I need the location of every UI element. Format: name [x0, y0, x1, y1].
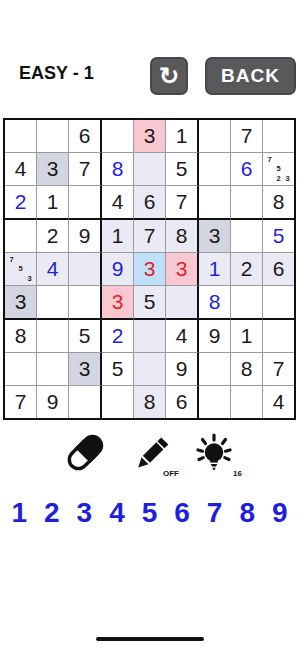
cell-r2c7[interactable]: [199, 153, 231, 186]
cell-r2c2[interactable]: 3: [37, 153, 69, 186]
cell-r4c2[interactable]: 2: [37, 220, 69, 253]
numpad-4[interactable]: 4: [101, 494, 134, 532]
numpad-1[interactable]: 1: [3, 494, 36, 532]
cell-r6c1[interactable]: 3: [5, 286, 37, 320]
cell-r2c8[interactable]: 6: [231, 153, 263, 186]
cell-r6c2[interactable]: [37, 286, 69, 320]
cell-r9c4[interactable]: [102, 386, 134, 418]
cell-r2c3[interactable]: 7: [69, 153, 102, 186]
cell-r7c8[interactable]: 1: [231, 320, 263, 353]
cell-r6c3[interactable]: [69, 286, 102, 320]
cell-r1c2[interactable]: [37, 120, 69, 153]
numpad-8[interactable]: 8: [231, 494, 264, 532]
cell-r5c4[interactable]: 9: [102, 253, 134, 286]
cell-r8c7[interactable]: [199, 353, 231, 386]
cell-r1c7[interactable]: [199, 120, 231, 153]
cell-r3c6[interactable]: 7: [166, 186, 199, 220]
cell-r6c6[interactable]: [166, 286, 199, 320]
cell-r7c3[interactable]: 5: [69, 320, 102, 353]
cell-r3c9[interactable]: 8: [263, 186, 294, 220]
cell-r3c4[interactable]: 4: [102, 186, 134, 220]
cell-r8c4[interactable]: 5: [102, 353, 134, 386]
cell-r8c8[interactable]: 8: [231, 353, 263, 386]
pencil-mode-button[interactable]: OFF: [129, 432, 175, 480]
numpad-3[interactable]: 3: [68, 494, 101, 532]
cell-r5c3[interactable]: [69, 253, 102, 286]
numpad-2[interactable]: 2: [36, 494, 69, 532]
cell-r4c5[interactable]: 7: [134, 220, 166, 253]
cell-r5c6[interactable]: 3: [166, 253, 199, 286]
cell-r2c5[interactable]: [134, 153, 166, 186]
cell-r5c5[interactable]: 3: [134, 253, 166, 286]
cell-r5c7[interactable]: 1: [199, 253, 231, 286]
cell-r1c5[interactable]: 3: [134, 120, 166, 153]
cell-r8c6[interactable]: 9: [166, 353, 199, 386]
cell-r4c9[interactable]: 5: [263, 220, 294, 253]
cell-r4c1[interactable]: [5, 220, 37, 253]
cell-r9c8[interactable]: [231, 386, 263, 418]
cell-r3c5[interactable]: 6: [134, 186, 166, 220]
numpad-7[interactable]: 7: [198, 494, 231, 532]
cell-r4c7[interactable]: 3: [199, 220, 231, 253]
pencil-marks: 7523: [263, 153, 294, 185]
refresh-icon: ↻: [159, 64, 179, 88]
cell-r7c4[interactable]: 2: [102, 320, 134, 353]
cell-r6c5[interactable]: 5: [134, 286, 166, 320]
cell-r8c2[interactable]: [37, 353, 69, 386]
cell-r8c5[interactable]: [134, 353, 166, 386]
number-pad: 123456789: [3, 494, 296, 532]
cell-r1c8[interactable]: 7: [231, 120, 263, 153]
back-button[interactable]: BACK: [205, 57, 296, 95]
cell-r5c1[interactable]: 753: [5, 253, 37, 286]
cell-r1c4[interactable]: [102, 120, 134, 153]
cell-r8c3[interactable]: 3: [69, 353, 102, 386]
cell-r6c4[interactable]: 3: [102, 286, 134, 320]
cell-r4c3[interactable]: 9: [69, 220, 102, 253]
cell-r9c3[interactable]: [69, 386, 102, 418]
numpad-9[interactable]: 9: [264, 494, 297, 532]
lightbulb-icon: [192, 432, 238, 476]
page-title: EASY - 1: [19, 63, 94, 84]
cell-r4c8[interactable]: [231, 220, 263, 253]
cell-r9c9[interactable]: 4: [263, 386, 294, 418]
back-button-label: BACK: [221, 65, 280, 87]
pencil-marks: 753: [5, 253, 36, 285]
home-indicator[interactable]: [96, 637, 204, 641]
cell-r4c4[interactable]: 1: [102, 220, 134, 253]
cell-r7c6[interactable]: 4: [166, 320, 199, 353]
cell-r7c7[interactable]: 9: [199, 320, 231, 353]
cell-r9c1[interactable]: 7: [5, 386, 37, 418]
cell-r2c4[interactable]: 8: [102, 153, 134, 186]
cell-r7c2[interactable]: [37, 320, 69, 353]
cell-r8c9[interactable]: 7: [263, 353, 294, 386]
eraser-button[interactable]: [62, 432, 108, 480]
cell-r8c1[interactable]: [5, 353, 37, 386]
eraser-icon: [62, 432, 108, 476]
cell-r3c2[interactable]: 1: [37, 186, 69, 220]
cell-r2c9[interactable]: 7523: [263, 153, 294, 186]
cell-r9c2[interactable]: 9: [37, 386, 69, 418]
cell-r5c8[interactable]: 2: [231, 253, 263, 286]
cell-r5c9[interactable]: 6: [263, 253, 294, 286]
cell-r1c6[interactable]: 1: [166, 120, 199, 153]
cell-r4c6[interactable]: 8: [166, 220, 199, 253]
hint-button[interactable]: 16: [192, 432, 238, 480]
cell-r3c8[interactable]: [231, 186, 263, 220]
cell-r1c1[interactable]: [5, 120, 37, 153]
cell-r3c7[interactable]: [199, 186, 231, 220]
cell-r7c9[interactable]: [263, 320, 294, 353]
hint-count: 16: [233, 469, 242, 478]
numpad-6[interactable]: 6: [166, 494, 199, 532]
refresh-button[interactable]: ↻: [150, 57, 188, 95]
cell-r1c3[interactable]: 6: [69, 120, 102, 153]
cell-r2c1[interactable]: 4: [5, 153, 37, 186]
cell-r9c6[interactable]: 6: [166, 386, 199, 418]
cell-r3c1[interactable]: 2: [5, 186, 37, 220]
cell-r3c3[interactable]: [69, 186, 102, 220]
cell-r1c9[interactable]: [263, 120, 294, 153]
cell-r6c8[interactable]: [231, 286, 263, 320]
cell-r5c2[interactable]: 4: [37, 253, 69, 286]
cell-r6c7[interactable]: 8: [199, 286, 231, 320]
sudoku-board: 6317437856752321467829178357534933126335…: [3, 118, 296, 420]
pencil-mode-state: OFF: [163, 469, 179, 478]
cell-r9c7[interactable]: [199, 386, 231, 418]
cell-r6c9[interactable]: [263, 286, 294, 320]
cell-r9c5[interactable]: 8: [134, 386, 166, 418]
cell-r7c5[interactable]: [134, 320, 166, 353]
numpad-5[interactable]: 5: [133, 494, 166, 532]
cell-r2c6[interactable]: 5: [166, 153, 199, 186]
cell-r7c1[interactable]: 8: [5, 320, 37, 353]
